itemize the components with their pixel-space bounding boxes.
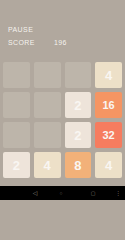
recents-icon[interactable]: ▢ [88, 186, 98, 200]
android-nav-bar: ◁ ○ ▢ ⋮ [0, 186, 125, 200]
score-value: 196 [54, 39, 67, 46]
empty-cell-r1c1 [3, 62, 30, 88]
game-board-2048[interactable]: 42162322484 [0, 59, 125, 181]
empty-cell-r2c2 [34, 92, 61, 118]
empty-cell-r3c2 [34, 122, 61, 148]
tile-4-r4c4: 4 [95, 152, 122, 178]
tile-2-r3c3: 2 [65, 122, 92, 148]
empty-cell-r1c3 [65, 62, 92, 88]
empty-cell-r3c1 [3, 122, 30, 148]
tile-8-r4c3: 8 [65, 152, 92, 178]
score-row: SCORE 196 [8, 39, 121, 46]
pause-button[interactable]: PAUSE [8, 26, 33, 33]
score-label: SCORE [8, 39, 54, 46]
back-icon[interactable]: ◁ [30, 186, 40, 200]
game-header: PAUSE SCORE 196 [8, 26, 121, 46]
empty-cell-r1c2 [34, 62, 61, 88]
tile-4-r1c4: 4 [95, 62, 122, 88]
tile-32-r3c4: 32 [95, 122, 122, 148]
tile-2-r4c1: 2 [3, 152, 30, 178]
tile-2-r2c3: 2 [65, 92, 92, 118]
home-icon[interactable]: ○ [56, 186, 66, 200]
tile-16-r2c4: 16 [95, 92, 122, 118]
tile-4-r4c2: 4 [34, 152, 61, 178]
empty-cell-r2c1 [3, 92, 30, 118]
menu-icon[interactable]: ⋮ [113, 186, 123, 200]
